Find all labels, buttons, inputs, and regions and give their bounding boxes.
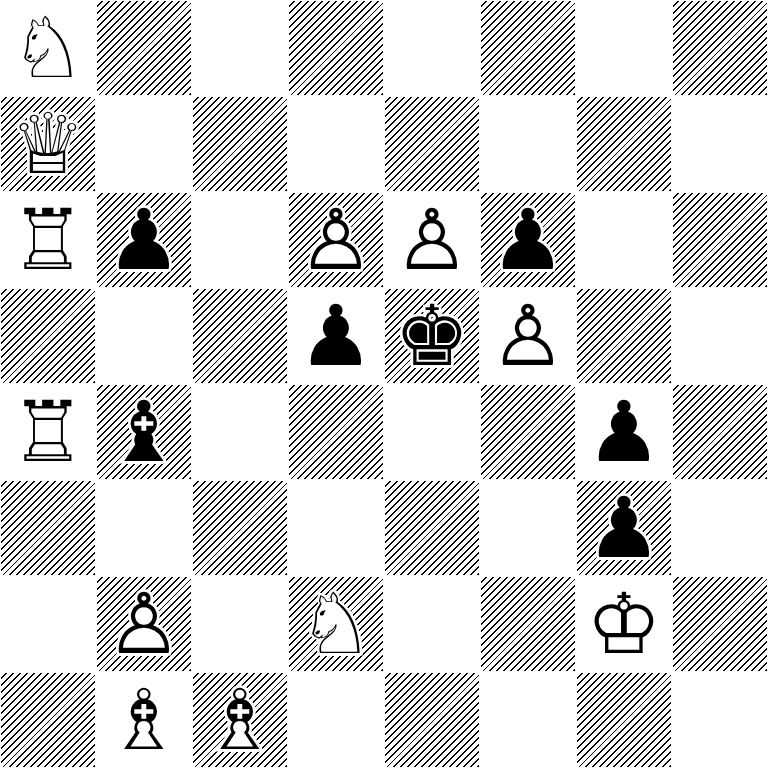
square-d7[interactable] xyxy=(288,96,384,192)
square-f4[interactable] xyxy=(480,384,576,480)
black-pawn-icon: ♟ xyxy=(576,480,672,576)
square-b7[interactable] xyxy=(96,96,192,192)
square-e2[interactable] xyxy=(384,576,480,672)
white-rook-icon: ♖ xyxy=(0,384,96,480)
black-pawn-icon: ♟ xyxy=(576,384,672,480)
piece-white-pawn-d6[interactable]: ♟♙ xyxy=(288,192,384,288)
piece-white-rook-a6[interactable]: ♜♖ xyxy=(0,192,96,288)
square-g2[interactable]: ♚♔ xyxy=(576,576,672,672)
square-e3[interactable] xyxy=(384,480,480,576)
white-bishop-icon: ♗ xyxy=(96,672,192,768)
black-pawn-icon: ♟ xyxy=(480,192,576,288)
square-a3[interactable] xyxy=(0,480,96,576)
square-c2[interactable] xyxy=(192,576,288,672)
square-a1[interactable] xyxy=(0,672,96,768)
square-g6[interactable] xyxy=(576,192,672,288)
square-h2[interactable] xyxy=(672,576,768,672)
square-d2[interactable]: ♞♘ xyxy=(288,576,384,672)
square-h7[interactable] xyxy=(672,96,768,192)
square-g7[interactable] xyxy=(576,96,672,192)
piece-white-rook-a4[interactable]: ♜♖ xyxy=(0,384,96,480)
white-pawn-icon: ♙ xyxy=(480,288,576,384)
square-b5[interactable] xyxy=(96,288,192,384)
square-f2[interactable] xyxy=(480,576,576,672)
square-g1[interactable] xyxy=(576,672,672,768)
square-c6[interactable] xyxy=(192,192,288,288)
square-h6[interactable] xyxy=(672,192,768,288)
square-f1[interactable] xyxy=(480,672,576,768)
black-pawn-icon: ♟ xyxy=(96,192,192,288)
square-e6[interactable]: ♟♙ xyxy=(384,192,480,288)
square-c1[interactable]: ♝♗ xyxy=(192,672,288,768)
square-d4[interactable] xyxy=(288,384,384,480)
piece-white-queen-a7[interactable]: ♛♕ xyxy=(0,96,96,192)
square-b8[interactable] xyxy=(96,0,192,96)
white-queen-icon: ♕ xyxy=(0,96,96,192)
square-h1[interactable] xyxy=(672,672,768,768)
square-f6[interactable]: ♟♟ xyxy=(480,192,576,288)
piece-black-pawn-b6[interactable]: ♟♟ xyxy=(96,192,192,288)
piece-white-pawn-b2[interactable]: ♟♙ xyxy=(96,576,192,672)
white-king-icon: ♔ xyxy=(576,576,672,672)
square-b3[interactable] xyxy=(96,480,192,576)
piece-black-pawn-g3[interactable]: ♟♟ xyxy=(576,480,672,576)
square-g4[interactable]: ♟♟ xyxy=(576,384,672,480)
black-pawn-icon: ♟ xyxy=(288,288,384,384)
square-a2[interactable] xyxy=(0,576,96,672)
piece-white-pawn-e6[interactable]: ♟♙ xyxy=(384,192,480,288)
square-a5[interactable] xyxy=(0,288,96,384)
square-c8[interactable] xyxy=(192,0,288,96)
piece-black-bishop-b4[interactable]: ♝♝ xyxy=(96,384,192,480)
square-g5[interactable] xyxy=(576,288,672,384)
square-f3[interactable] xyxy=(480,480,576,576)
piece-black-king-e5[interactable]: ♚♚ xyxy=(384,288,480,384)
square-f5[interactable]: ♟♙ xyxy=(480,288,576,384)
square-a6[interactable]: ♜♖ xyxy=(0,192,96,288)
square-h5[interactable] xyxy=(672,288,768,384)
square-e5[interactable]: ♚♚ xyxy=(384,288,480,384)
square-d6[interactable]: ♟♙ xyxy=(288,192,384,288)
square-h4[interactable] xyxy=(672,384,768,480)
square-d3[interactable] xyxy=(288,480,384,576)
square-c5[interactable] xyxy=(192,288,288,384)
white-pawn-icon: ♙ xyxy=(384,192,480,288)
white-knight-icon: ♘ xyxy=(0,0,96,96)
square-a7[interactable]: ♛♕ xyxy=(0,96,96,192)
square-b4[interactable]: ♝♝ xyxy=(96,384,192,480)
square-a4[interactable]: ♜♖ xyxy=(0,384,96,480)
square-d5[interactable]: ♟♟ xyxy=(288,288,384,384)
piece-white-bishop-b1[interactable]: ♝♗ xyxy=(96,672,192,768)
square-c3[interactable] xyxy=(192,480,288,576)
square-g3[interactable]: ♟♟ xyxy=(576,480,672,576)
white-knight-icon: ♘ xyxy=(288,576,384,672)
square-d1[interactable] xyxy=(288,672,384,768)
black-king-icon: ♚ xyxy=(384,288,480,384)
square-b2[interactable]: ♟♙ xyxy=(96,576,192,672)
square-e8[interactable] xyxy=(384,0,480,96)
square-h8[interactable] xyxy=(672,0,768,96)
square-b6[interactable]: ♟♟ xyxy=(96,192,192,288)
white-pawn-icon: ♙ xyxy=(288,192,384,288)
black-bishop-icon: ♝ xyxy=(96,384,192,480)
square-f7[interactable] xyxy=(480,96,576,192)
square-g8[interactable] xyxy=(576,0,672,96)
square-e1[interactable] xyxy=(384,672,480,768)
piece-black-pawn-f6[interactable]: ♟♟ xyxy=(480,192,576,288)
piece-black-pawn-d5[interactable]: ♟♟ xyxy=(288,288,384,384)
piece-white-king-g2[interactable]: ♚♔ xyxy=(576,576,672,672)
square-b1[interactable]: ♝♗ xyxy=(96,672,192,768)
piece-white-knight-d2[interactable]: ♞♘ xyxy=(288,576,384,672)
chess-board: ♞♘♛♕♜♖♟♟♟♙♟♙♟♟♟♟♚♚♟♙♜♖♝♝♟♟♟♟♟♙♞♘♚♔♝♗♝♗ xyxy=(0,0,768,768)
piece-black-pawn-g4[interactable]: ♟♟ xyxy=(576,384,672,480)
square-c7[interactable] xyxy=(192,96,288,192)
square-f8[interactable] xyxy=(480,0,576,96)
square-e7[interactable] xyxy=(384,96,480,192)
piece-white-pawn-f5[interactable]: ♟♙ xyxy=(480,288,576,384)
white-pawn-icon: ♙ xyxy=(96,576,192,672)
square-a8[interactable]: ♞♘ xyxy=(0,0,96,96)
square-d8[interactable] xyxy=(288,0,384,96)
square-c4[interactable] xyxy=(192,384,288,480)
piece-white-bishop-c1[interactable]: ♝♗ xyxy=(192,672,288,768)
piece-white-knight-a8[interactable]: ♞♘ xyxy=(0,0,96,96)
white-rook-icon: ♖ xyxy=(0,192,96,288)
white-bishop-icon: ♗ xyxy=(192,672,288,768)
square-h3[interactable] xyxy=(672,480,768,576)
square-e4[interactable] xyxy=(384,384,480,480)
